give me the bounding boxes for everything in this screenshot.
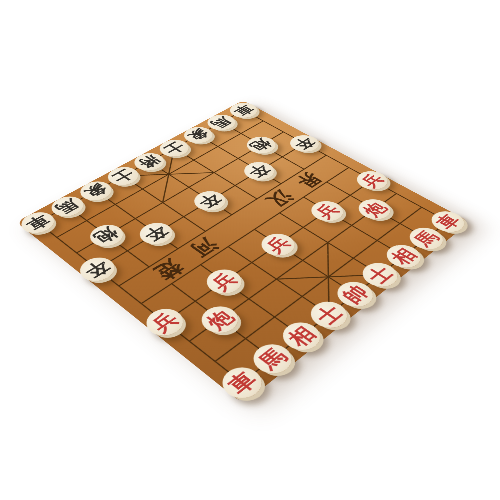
piece-black-soldier[interactable]: 卒 bbox=[284, 132, 325, 155]
piece-glyph: 兵 bbox=[148, 310, 182, 335]
piece-glyph: 馬 bbox=[411, 228, 442, 248]
piece-glyph: 炮 bbox=[360, 200, 390, 219]
piece-glyph: 車 bbox=[224, 368, 261, 397]
piece-glyph: 相 bbox=[284, 323, 319, 349]
piece-glyph: 兵 bbox=[312, 202, 342, 221]
piece-glyph: 車 bbox=[231, 103, 257, 117]
piece-glyph: 士 bbox=[161, 140, 188, 156]
piece-black-soldier[interactable]: 卒 bbox=[73, 253, 121, 286]
piece-glyph: 車 bbox=[23, 213, 53, 232]
piece-glyph: 馬 bbox=[255, 345, 291, 372]
piece-red-soldier[interactable]: 兵 bbox=[305, 197, 350, 225]
piece-glyph: 炮 bbox=[203, 307, 237, 332]
piece-red-soldier[interactable]: 兵 bbox=[351, 168, 394, 194]
piece-glyph: 卒 bbox=[141, 223, 172, 243]
piece-glyph: 炮 bbox=[248, 137, 275, 153]
pieces-layer: 車馬象士將士象馬車炮炮卒卒卒卒卒兵兵兵兵兵炮炮車馬相士帥士相馬車 bbox=[13, 99, 472, 406]
piece-black-soldier[interactable]: 卒 bbox=[133, 219, 179, 249]
piece-black-soldier[interactable]: 卒 bbox=[188, 187, 232, 215]
piece-glyph: 卒 bbox=[81, 258, 113, 280]
piece-glyph: 馬 bbox=[53, 197, 83, 216]
piece-glyph: 卒 bbox=[291, 136, 318, 152]
piece-red-soldier[interactable]: 兵 bbox=[200, 265, 249, 299]
piece-glyph: 兵 bbox=[208, 270, 241, 293]
piece-glyph: 卒 bbox=[245, 163, 273, 180]
piece-black-cannon[interactable]: 炮 bbox=[241, 133, 282, 156]
piece-black-soldier[interactable]: 卒 bbox=[238, 158, 280, 183]
piece-red-soldier[interactable]: 兵 bbox=[255, 229, 302, 260]
piece-black-cannon[interactable]: 炮 bbox=[84, 221, 130, 251]
piece-glyph: 帥 bbox=[339, 283, 372, 306]
piece-glyph: 象 bbox=[81, 182, 110, 200]
product-photo-scene: 楚 河 汉 界 車馬象士將士象馬車炮炮卒卒卒卒卒兵兵兵兵兵炮炮車馬相士帥士相馬車 bbox=[0, 0, 500, 500]
piece-glyph: 卒 bbox=[195, 192, 224, 210]
piece-glyph: 炮 bbox=[91, 225, 122, 245]
piece-glyph: 車 bbox=[433, 212, 463, 231]
piece-glyph: 兵 bbox=[358, 172, 387, 189]
piece-glyph: 士 bbox=[364, 264, 396, 286]
piece-red-cannon[interactable]: 炮 bbox=[194, 301, 245, 338]
piece-glyph: 兵 bbox=[262, 234, 293, 255]
piece-glyph: 象 bbox=[185, 127, 212, 142]
piece-glyph: 馬 bbox=[208, 115, 234, 130]
xiangqi-board-mat[interactable]: 楚 河 汉 界 車馬象士將士象馬車炮炮卒卒卒卒卒兵兵兵兵兵炮炮車馬相士帥士相馬車 bbox=[16, 100, 470, 404]
piece-glyph: 士 bbox=[312, 302, 346, 327]
piece-glyph: 相 bbox=[388, 246, 420, 267]
piece-glyph: 士 bbox=[109, 168, 137, 185]
piece-red-soldier[interactable]: 兵 bbox=[139, 304, 191, 342]
piece-glyph: 將 bbox=[135, 154, 163, 170]
piece-red-cannon[interactable]: 炮 bbox=[352, 195, 397, 223]
